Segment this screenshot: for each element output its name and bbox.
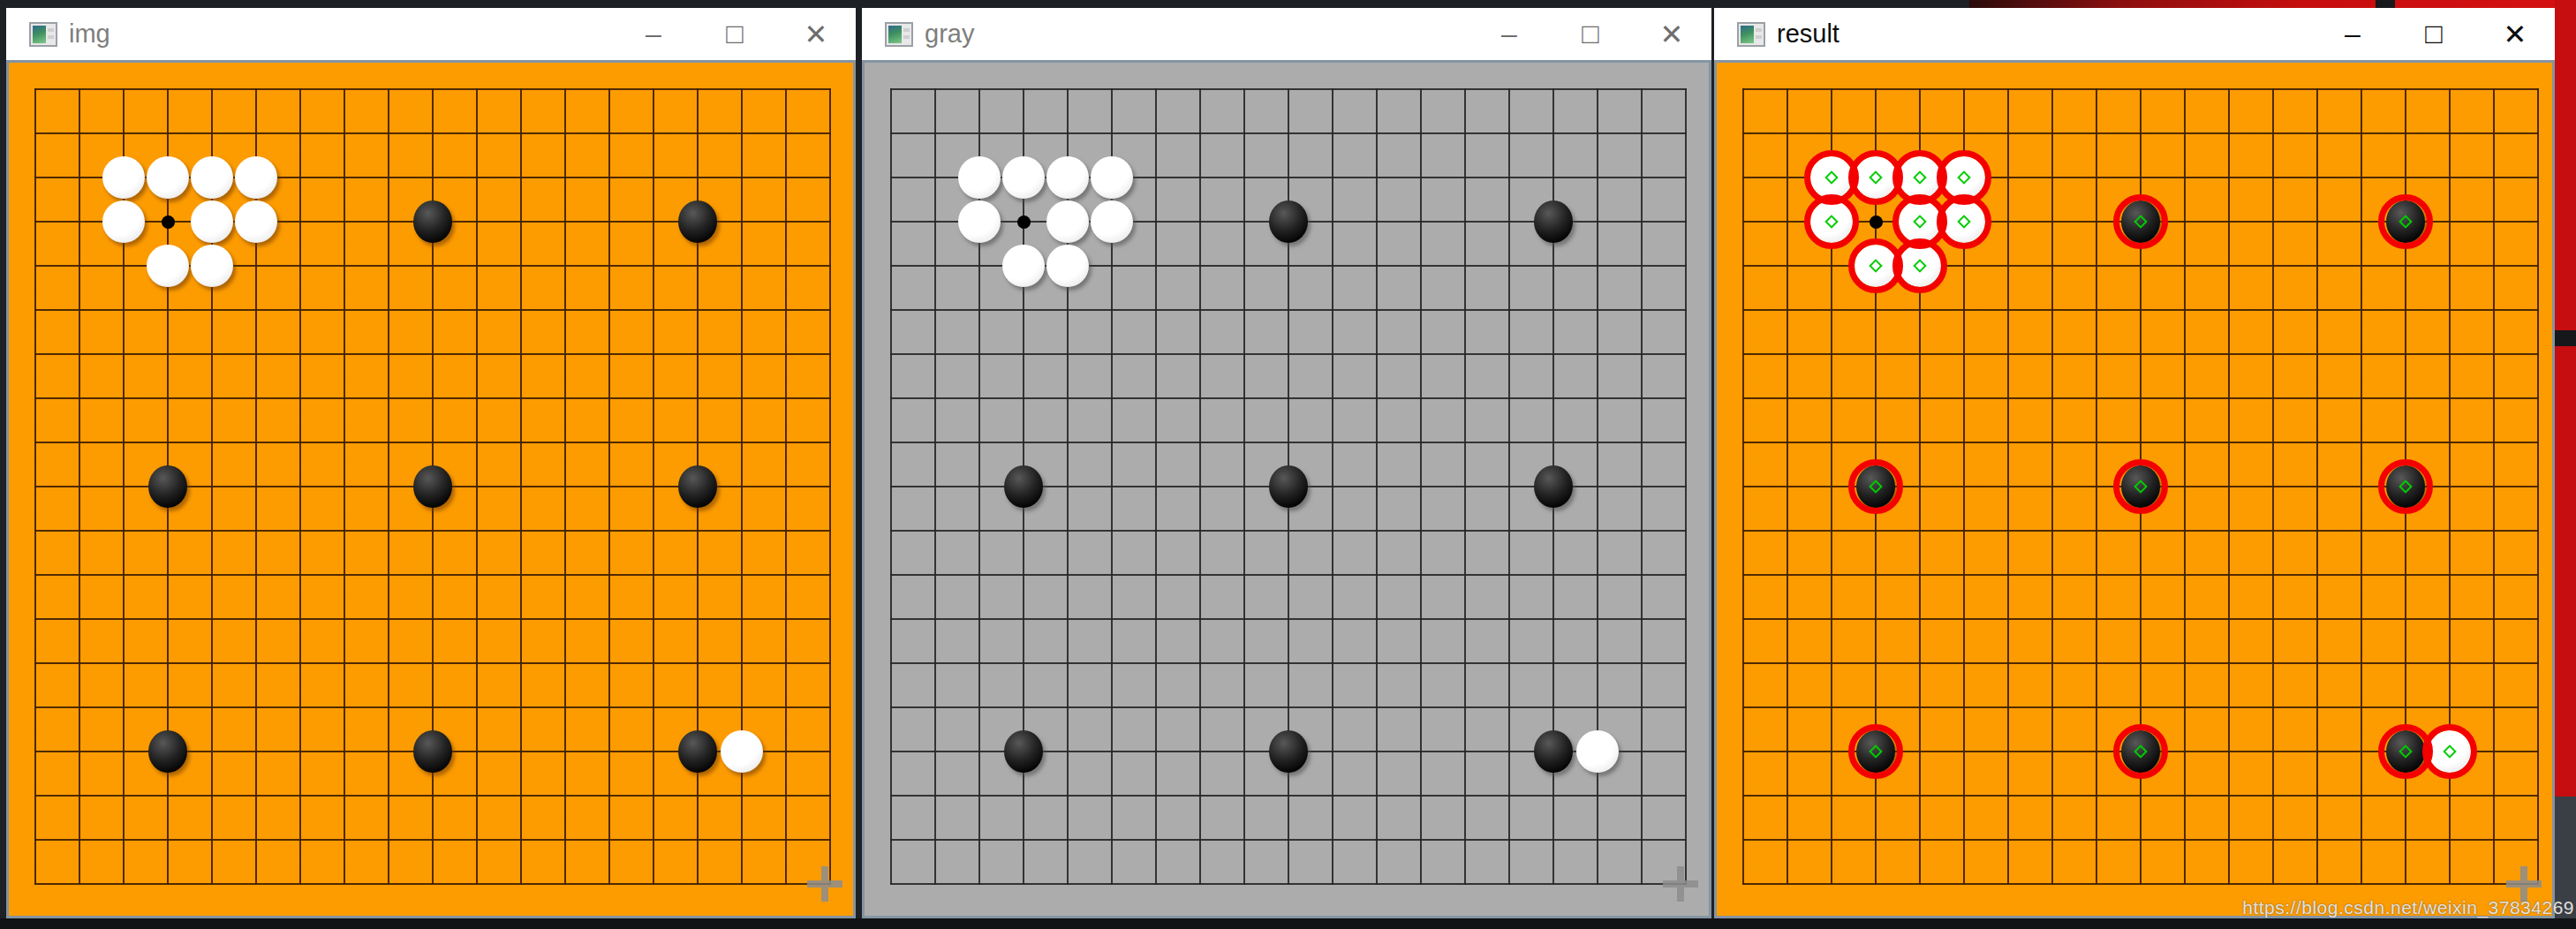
board-point (720, 729, 764, 774)
stone-white (1046, 156, 1089, 199)
stone-white (1091, 156, 1133, 199)
maximize-button[interactable]: □ (1577, 18, 1604, 50)
stone-black (1004, 465, 1043, 508)
board-point (1046, 200, 1090, 244)
board-point (1001, 200, 1046, 244)
board-point (234, 155, 278, 200)
stone-white (1046, 200, 1089, 243)
resize-grip-icon[interactable] (807, 866, 842, 902)
stone-black (148, 730, 187, 773)
wallpaper-red-strip (2555, 0, 2576, 797)
maximize-button[interactable]: □ (721, 18, 748, 50)
stone-white (1576, 730, 1619, 773)
board-point (146, 729, 190, 774)
stone-white (721, 730, 763, 773)
board-point (102, 155, 146, 200)
stone-black (1534, 200, 1573, 243)
board-point (1898, 155, 1942, 200)
board-canvas (6, 60, 856, 918)
board-point (1001, 155, 1046, 200)
board-point (2119, 729, 2163, 774)
board-point (1854, 200, 1898, 244)
board-point (676, 729, 720, 774)
board-point (1575, 729, 1620, 774)
board-point (1942, 155, 1986, 200)
board-point (1531, 464, 1575, 509)
titlebar[interactable]: gray – □ ✕ (862, 8, 1711, 60)
board-point (957, 200, 1001, 244)
stone-black (678, 465, 717, 508)
board-point (2383, 464, 2428, 509)
stone-white (1002, 156, 1045, 199)
board-point (146, 155, 190, 200)
board-point (234, 200, 278, 244)
board-point (411, 729, 455, 774)
stone-black (1269, 200, 1308, 243)
stone-black (148, 465, 187, 508)
desktop: img – □ ✕ gray – □ ✕ (0, 0, 2576, 929)
board-point (190, 244, 234, 288)
board-point (190, 200, 234, 244)
window-title: result (1777, 19, 1839, 49)
maximize-button[interactable]: □ (2421, 18, 2447, 50)
stone-white (235, 156, 277, 199)
stone-black (1534, 730, 1573, 773)
board-point (146, 464, 190, 509)
stone-white (958, 156, 1001, 199)
stone-black (413, 200, 452, 243)
minimize-button[interactable]: – (1496, 18, 1522, 50)
app-icon[interactable] (885, 22, 913, 47)
stone-white (1046, 245, 1089, 287)
app-icon[interactable] (29, 22, 57, 47)
board-point (1531, 729, 1575, 774)
board-point (1898, 200, 1942, 244)
star-point (1870, 215, 1883, 229)
titlebar[interactable]: result – □ ✕ (1714, 8, 2555, 60)
stone-black (1269, 465, 1308, 508)
board-point (1854, 464, 1898, 509)
board-point (2383, 200, 2428, 244)
board-point (676, 200, 720, 244)
stone-black (678, 730, 717, 773)
board-point (1898, 244, 1942, 288)
watermark-url: https://blog.csdn.net/weixin_37834269 (2242, 897, 2574, 918)
board-point (1046, 244, 1090, 288)
stone-white (191, 200, 233, 243)
stone-white (102, 156, 145, 199)
board-point (2383, 729, 2428, 774)
board-point (1266, 729, 1311, 774)
go-board (13, 67, 852, 906)
close-button[interactable]: ✕ (1658, 18, 1685, 51)
board-point (411, 464, 455, 509)
stone-white (147, 156, 189, 199)
stone-black (413, 465, 452, 508)
stone-white (235, 200, 277, 243)
board-point (1001, 729, 1046, 774)
minimize-button[interactable]: – (640, 18, 667, 50)
board-point (146, 200, 190, 244)
board-point (411, 200, 455, 244)
stone-white (1002, 245, 1045, 287)
board-point (1046, 155, 1090, 200)
titlebar[interactable]: img – □ ✕ (6, 8, 856, 60)
close-button[interactable]: ✕ (803, 18, 829, 51)
board-point (1001, 464, 1046, 509)
stone-black (1534, 465, 1573, 508)
wallpaper-notch (2555, 330, 2576, 346)
board-point (1809, 200, 1854, 244)
stone-white (147, 245, 189, 287)
board-point (2119, 464, 2163, 509)
stone-white (102, 200, 145, 243)
stone-black (678, 200, 717, 243)
board-point (2119, 200, 2163, 244)
board-point (1942, 200, 1986, 244)
close-button[interactable]: ✕ (2502, 18, 2528, 51)
board-point (1266, 464, 1311, 509)
go-board (869, 67, 1708, 906)
window-result: result – □ ✕ (1714, 8, 2555, 918)
window-title: gray (925, 19, 974, 49)
board-point (1809, 155, 1854, 200)
stone-white (958, 200, 1001, 243)
stone-white (191, 245, 233, 287)
go-board (1721, 67, 2555, 906)
star-point (162, 215, 175, 229)
resize-grip-icon[interactable] (1663, 866, 1698, 902)
board-point (1090, 200, 1134, 244)
board-point (676, 464, 720, 509)
app-icon[interactable] (1737, 22, 1765, 47)
board-point (1090, 155, 1134, 200)
window-title: img (69, 19, 110, 49)
board-point (1266, 200, 1311, 244)
board-point (146, 244, 190, 288)
board-point (957, 155, 1001, 200)
board-point (102, 200, 146, 244)
stone-black (413, 730, 452, 773)
board-point (1854, 729, 1898, 774)
window-img: img – □ ✕ (6, 8, 856, 918)
stone-white (191, 156, 233, 199)
board-point (1531, 200, 1575, 244)
board-point (2428, 729, 2472, 774)
stone-black (1269, 730, 1308, 773)
minimize-button[interactable]: – (2339, 18, 2366, 50)
board-point (1854, 155, 1898, 200)
board-canvas (862, 60, 1711, 918)
board-canvas (1714, 60, 2555, 918)
window-gray: gray – □ ✕ (862, 8, 1711, 918)
stone-white (1091, 200, 1133, 243)
resize-grip-icon[interactable] (2506, 866, 2542, 902)
board-point (1001, 244, 1046, 288)
stone-black (1004, 730, 1043, 773)
board-point (190, 155, 234, 200)
board-point (1854, 244, 1898, 288)
star-point (1017, 215, 1031, 229)
taskbar-area (0, 918, 2576, 929)
